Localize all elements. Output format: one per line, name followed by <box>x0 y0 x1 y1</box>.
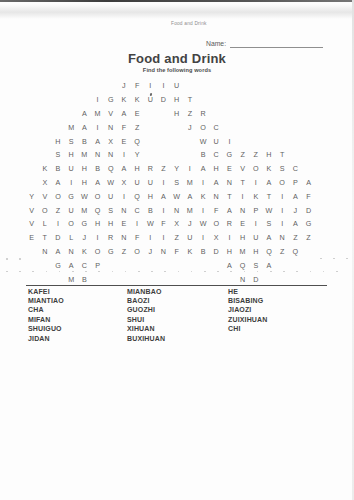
grid-cell-empty <box>78 93 91 107</box>
grid-cell: T <box>223 189 236 203</box>
grid-cell: A <box>51 245 64 259</box>
scan-dot-artifact <box>19 271 21 273</box>
grid-cell: A <box>302 176 315 190</box>
grid-cell: H <box>236 231 249 245</box>
grid-cell: N <box>276 231 289 245</box>
grid-cell-empty <box>196 79 209 93</box>
grid-cell-empty <box>289 120 302 134</box>
grid-cell-empty <box>249 79 262 93</box>
grid-cell: V <box>38 189 51 203</box>
grid-cell-empty <box>38 272 51 286</box>
grid-cell-empty <box>210 258 223 272</box>
grid-cell-empty <box>302 79 315 93</box>
grid-cell: Q <box>91 203 104 217</box>
grid-cell: M <box>183 203 196 217</box>
grid-cell-empty <box>91 79 104 93</box>
grid-cell-empty <box>302 120 315 134</box>
grid-cell: W <box>78 189 91 203</box>
grid-cell: N <box>210 189 223 203</box>
grid-cell-empty <box>302 272 315 286</box>
grid-cell: J <box>144 245 157 259</box>
scan-dot-artifact <box>98 271 100 273</box>
grid-cell: I <box>51 217 64 231</box>
word-list-item: SHUI <box>127 315 165 324</box>
word-list-item: BISABING <box>228 296 267 305</box>
grid-cell: A <box>117 162 130 176</box>
grid-cell: I <box>196 203 209 217</box>
grid-cell: U <box>65 203 78 217</box>
grid-cell-empty <box>183 134 196 148</box>
grid-cell: G <box>78 217 91 231</box>
grid-cell-empty <box>38 79 51 93</box>
grid-cell: S <box>104 203 117 217</box>
grid-cell-empty <box>262 79 275 93</box>
grid-cell-empty <box>276 258 289 272</box>
grid-cell: N <box>223 176 236 190</box>
grid-cell-empty <box>262 120 275 134</box>
grid-cell-empty <box>91 272 104 286</box>
grid-cell: W <box>144 217 157 231</box>
scan-dot-artifact <box>320 258 322 260</box>
grid-cell: H <box>65 148 78 162</box>
grid-cell-empty <box>289 148 302 162</box>
grid-cell: N <box>157 245 170 259</box>
name-blank-line <box>230 47 323 48</box>
grid-cell: Q <box>289 245 302 259</box>
grid-cell: K <box>38 162 51 176</box>
grid-cell: N <box>104 120 117 134</box>
word-list-item: MIANTIAO <box>28 296 64 305</box>
grid-cell: X <box>117 176 130 190</box>
grid-cell: C <box>131 203 144 217</box>
grid-cell: W <box>196 134 209 148</box>
grid-cell-empty <box>210 79 223 93</box>
grid-cell: Y <box>131 148 144 162</box>
grid-cell-empty <box>302 134 315 148</box>
scan-dot-artifact <box>217 271 219 273</box>
scan-dot-artifact <box>19 258 21 260</box>
word-list-item: GUOZHI <box>127 305 165 314</box>
grid-cell: V <box>236 162 249 176</box>
grid-cell: E <box>131 107 144 121</box>
grid-cell: A <box>210 176 223 190</box>
grid-cell-empty <box>170 148 183 162</box>
grid-cell-empty <box>302 93 315 107</box>
grid-cell: H <box>210 162 223 176</box>
grid-cell: Z <box>289 231 302 245</box>
grid-cell: I <box>249 217 262 231</box>
grid-cell: I <box>276 189 289 203</box>
word-list-column: HEBISABINGJIAOZIZUIXIHUANCHI <box>228 287 267 334</box>
grid-cell: Z <box>170 231 183 245</box>
grid-cell: B <box>78 134 91 148</box>
grid-cell: A <box>78 107 91 121</box>
word-list-item: JIAOZI <box>228 305 267 314</box>
grid-cell: J <box>117 79 130 93</box>
grid-cell: O <box>196 120 209 134</box>
grid-cell: G <box>223 148 236 162</box>
scan-dot-artifact <box>204 271 206 273</box>
puzzle-subtitle: Find the following words <box>0 67 354 73</box>
grid-cell-empty <box>25 93 38 107</box>
grid-cell: Z <box>157 162 170 176</box>
grid-cell-empty <box>25 148 38 162</box>
grid-cell: I <box>276 203 289 217</box>
word-list-item: XIHUAN <box>127 324 165 333</box>
scan-dot-artifact <box>72 271 74 273</box>
scan-dot-artifact <box>6 271 8 273</box>
grid-cell: D <box>302 203 315 217</box>
grid-cell: K <box>131 93 144 107</box>
grid-cell: B <box>196 245 209 259</box>
scanned-worksheet-page: Food and Drink Name: Food and Drink Find… <box>0 0 354 500</box>
grid-cell-empty <box>223 120 236 134</box>
grid-cell-empty <box>51 272 64 286</box>
grid-cell: A <box>117 107 130 121</box>
grid-cell-empty <box>104 79 117 93</box>
grid-cell: T <box>276 148 289 162</box>
grid-cell: T <box>262 189 275 203</box>
grid-cell: G <box>51 258 64 272</box>
grid-cell: Z <box>249 148 262 162</box>
grid-cell-empty <box>236 120 249 134</box>
grid-cell: P <box>289 176 302 190</box>
grid-cell: F <box>210 203 223 217</box>
grid-cell-empty <box>276 79 289 93</box>
grid-cell: D <box>157 93 170 107</box>
grid-cell: F <box>117 120 130 134</box>
grid-cell: Z <box>51 203 64 217</box>
grid-cell: I <box>223 231 236 245</box>
scan-dot-artifact <box>323 271 325 273</box>
grid-cell-empty <box>183 258 196 272</box>
grid-cell: I <box>144 231 157 245</box>
grid-cell: O <box>51 189 64 203</box>
grid-cell: K <box>249 189 262 203</box>
grid-cell: D <box>249 272 262 286</box>
grid-cell: R <box>104 231 117 245</box>
grid-cell-empty <box>223 107 236 121</box>
grid-cell: H <box>223 245 236 259</box>
grid-cell-empty <box>157 107 170 121</box>
grid-cell-empty <box>236 134 249 148</box>
grid-cell: A <box>91 134 104 148</box>
grid-cell: M <box>91 107 104 121</box>
grid-cell: M <box>65 120 78 134</box>
grid-cell-empty <box>183 148 196 162</box>
grid-cell: I <box>117 148 130 162</box>
scan-dot-artifact <box>32 271 34 273</box>
grid-cell: A <box>196 162 209 176</box>
grid-cell: O <box>65 217 78 231</box>
grid-cell-empty <box>170 120 183 134</box>
grid-cell: W <box>196 217 209 231</box>
grid-cell-empty <box>157 272 170 286</box>
grid-cell-empty <box>302 245 315 259</box>
grid-cell: N <box>236 203 249 217</box>
grid-cell: I <box>196 231 209 245</box>
grid-cell: B <box>51 162 64 176</box>
grid-cell: W <box>104 176 117 190</box>
grid-cell: F <box>170 245 183 259</box>
grid-cell: Z <box>302 231 315 245</box>
scan-dot-artifact <box>346 258 348 260</box>
grid-cell: U <box>131 176 144 190</box>
grid-cell: S <box>170 176 183 190</box>
grid-cell: K <box>196 189 209 203</box>
grid-cell: F <box>157 217 170 231</box>
word-list-item: MIANBAO <box>127 287 165 296</box>
grid-cell-empty <box>289 272 302 286</box>
grid-cell-empty <box>210 93 223 107</box>
grid-cell: J <box>183 120 196 134</box>
grid-cell-empty <box>51 107 64 121</box>
grid-cell-empty <box>104 272 117 286</box>
grid-cell-empty <box>51 79 64 93</box>
grid-cell-empty <box>170 272 183 286</box>
grid-cell-empty <box>302 258 315 272</box>
grid-cell: Q <box>236 258 249 272</box>
grid-cell: M <box>78 148 91 162</box>
word-search-grid: JFIIUIGKKUDHTAMVAEHZRMAINFZJOCHSBAXEQWUI… <box>25 79 315 286</box>
grid-cell: G <box>302 217 315 231</box>
grid-cell-empty <box>289 93 302 107</box>
grid-cell: K <box>117 93 130 107</box>
word-list-item: SHUIGUO <box>28 324 64 333</box>
grid-cell-empty <box>276 272 289 286</box>
grid-cell: I <box>276 217 289 231</box>
grid-cell-empty <box>302 162 315 176</box>
grid-cell: I <box>196 176 209 190</box>
grid-cell: N <box>65 245 78 259</box>
grid-cell: V <box>25 217 38 231</box>
grid-cell: E <box>25 231 38 245</box>
grid-cell-empty <box>289 134 302 148</box>
grid-cell-empty <box>25 176 38 190</box>
grid-cell: N <box>236 272 249 286</box>
grid-cell: E <box>236 217 249 231</box>
scan-dot-artifact <box>46 271 48 273</box>
scan-speck <box>149 93 151 96</box>
grid-cell: B <box>91 162 104 176</box>
grid-cell: I <box>183 162 196 176</box>
grid-cell: X <box>170 217 183 231</box>
grid-cell: K <box>183 245 196 259</box>
word-list-item: MIFAN <box>28 315 64 324</box>
word-list-item: KAFEI <box>28 287 64 296</box>
grid-cell-empty <box>38 120 51 134</box>
grid-cell-empty <box>51 93 64 107</box>
grid-cell: Y <box>170 162 183 176</box>
grid-cell: W <box>262 203 275 217</box>
grid-cell: Z <box>131 120 144 134</box>
word-list-item: CHA <box>28 305 64 314</box>
grid-cell-empty <box>157 148 170 162</box>
grid-cell: T <box>38 231 51 245</box>
scan-artifact-gray-band <box>0 4 354 19</box>
grid-cell: A <box>262 258 275 272</box>
grid-cell-empty <box>144 134 157 148</box>
grid-cell-empty <box>210 107 223 121</box>
scan-dot-artifact <box>244 271 246 273</box>
grid-cell: X <box>210 231 223 245</box>
grid-cell-empty <box>249 93 262 107</box>
grid-cell-empty <box>144 107 157 121</box>
grid-cell: R <box>144 162 157 176</box>
grid-cell: Q <box>131 189 144 203</box>
grid-cell-empty <box>25 134 38 148</box>
grid-cell-empty <box>262 107 275 121</box>
grid-cell-empty <box>223 93 236 107</box>
grid-cell-empty <box>262 134 275 148</box>
grid-cell: A <box>51 176 64 190</box>
grid-cell: R <box>196 107 209 121</box>
grid-cell: M <box>236 245 249 259</box>
grid-cell-empty <box>262 93 275 107</box>
grid-cell: B <box>78 272 91 286</box>
grid-cell-empty <box>38 107 51 121</box>
grid-cell-empty <box>249 134 262 148</box>
grid-cell: A <box>289 189 302 203</box>
word-list-item: CHI <box>228 324 267 333</box>
grid-cell-empty <box>210 272 223 286</box>
grid-cell: Z <box>276 245 289 259</box>
scan-dot-artifact <box>6 258 8 260</box>
grid-cell-empty <box>25 107 38 121</box>
grid-cell: O <box>210 217 223 231</box>
scan-dot-artifact <box>333 258 335 260</box>
grid-cell: A <box>289 217 302 231</box>
grid-cell-empty <box>131 258 144 272</box>
grid-cell-empty <box>170 134 183 148</box>
grid-cell-empty <box>302 148 315 162</box>
grid-cell: C <box>289 162 302 176</box>
grid-cell: I <box>236 189 249 203</box>
grid-cell: T <box>183 93 196 107</box>
grid-cell-empty <box>276 93 289 107</box>
grid-cell: Z <box>117 245 130 259</box>
grid-cell-empty <box>223 272 236 286</box>
grid-cell-empty <box>183 79 196 93</box>
grid-cell-empty <box>38 93 51 107</box>
grid-cell-empty <box>289 79 302 93</box>
word-list-item: BUXIHUAN <box>127 334 165 343</box>
scan-dot-artifact <box>164 271 166 273</box>
grid-cell: R <box>223 217 236 231</box>
grid-cell: K <box>262 162 275 176</box>
grid-cell: U <box>144 176 157 190</box>
grid-cell-empty <box>276 134 289 148</box>
grid-cell-empty <box>144 272 157 286</box>
grid-cell-empty <box>249 120 262 134</box>
grid-cell: F <box>131 79 144 93</box>
grid-cell: E <box>117 134 130 148</box>
grid-cell: L <box>38 217 51 231</box>
grid-cell: H <box>170 93 183 107</box>
grid-cell: H <box>78 162 91 176</box>
grid-cell-empty <box>170 258 183 272</box>
grid-cell-empty <box>289 258 302 272</box>
grid-cell: H <box>262 148 275 162</box>
grid-cell: H <box>170 107 183 121</box>
grid-cell: D <box>51 231 64 245</box>
scan-dot-artifact <box>178 271 180 273</box>
word-list-item: ZUIXIHUAN <box>228 315 267 324</box>
grid-cell-empty <box>65 79 78 93</box>
grid-cell: O <box>91 245 104 259</box>
grid-cell-empty <box>276 107 289 121</box>
grid-cell: O <box>249 162 262 176</box>
scan-dot-artifact <box>283 271 285 273</box>
grid-cell: H <box>51 134 64 148</box>
grid-cell: H <box>249 245 262 259</box>
grid-cell-empty <box>25 245 38 259</box>
grid-cell: F <box>131 231 144 245</box>
grid-cell: Q <box>262 245 275 259</box>
grid-cell: I <box>157 231 170 245</box>
grid-cell-empty <box>38 134 51 148</box>
grid-cell: O <box>276 176 289 190</box>
grid-cell: I <box>144 79 157 93</box>
grid-cell: I <box>223 134 236 148</box>
word-list-separator <box>26 285 327 286</box>
grid-cell-empty <box>38 258 51 272</box>
grid-cell: B <box>196 148 209 162</box>
grid-cell: I <box>91 231 104 245</box>
grid-cell: B <box>144 203 157 217</box>
scan-dot-artifact <box>151 271 153 273</box>
grid-cell: Y <box>25 189 38 203</box>
grid-cell: G <box>104 93 117 107</box>
grid-cell: N <box>104 148 117 162</box>
grid-cell: I <box>249 176 262 190</box>
grid-cell: G <box>65 189 78 203</box>
grid-cell-empty <box>25 272 38 286</box>
grid-cell-empty <box>144 148 157 162</box>
grid-cell: M <box>65 272 78 286</box>
grid-cell: U <box>65 162 78 176</box>
grid-cell: P <box>249 203 262 217</box>
grid-cell: S <box>276 162 289 176</box>
grid-cell: N <box>91 148 104 162</box>
grid-cell: I <box>91 120 104 134</box>
grid-cell: L <box>65 231 78 245</box>
grid-cell: H <box>144 189 157 203</box>
grid-cell: U <box>210 134 223 148</box>
grid-cell: Q <box>131 134 144 148</box>
grid-cell: C <box>210 120 223 134</box>
grid-cell: K <box>78 245 91 259</box>
grid-cell: J <box>183 217 196 231</box>
grid-cell: A <box>262 176 275 190</box>
grid-cell: E <box>117 217 130 231</box>
grid-cell: A <box>183 189 196 203</box>
grid-cell: I <box>131 217 144 231</box>
grid-cell: I <box>65 176 78 190</box>
scan-dot-artifact <box>336 271 338 273</box>
scan-dot-artifact <box>230 271 232 273</box>
scan-dot-artifact <box>112 271 114 273</box>
grid-cell: U <box>183 231 196 245</box>
scan-artifact-top-edge <box>0 0 354 2</box>
grid-cell-empty <box>38 148 51 162</box>
word-list-item: JIDAN <box>28 334 64 343</box>
grid-cell-empty <box>183 272 196 286</box>
grid-cell-empty <box>196 272 209 286</box>
grid-cell: H <box>104 217 117 231</box>
puzzle-title: Food and Drink <box>0 51 354 66</box>
grid-cell: N <box>117 203 130 217</box>
